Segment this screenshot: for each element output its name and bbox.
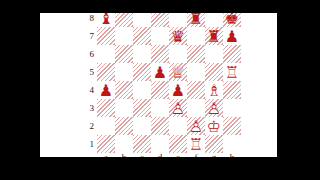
square-h3 xyxy=(223,99,241,117)
piece-black-rook: ♜ xyxy=(205,27,223,45)
rank-label-2: 2 xyxy=(84,117,97,135)
square-g6 xyxy=(205,45,223,63)
rank-label-7: 7 xyxy=(84,27,97,45)
square-e5: ♛♕ xyxy=(169,63,187,81)
square-f5 xyxy=(187,63,205,81)
square-f8: ♜ xyxy=(187,13,205,27)
square-d2 xyxy=(151,117,169,135)
square-h1 xyxy=(223,135,241,153)
square-g7: ♜ xyxy=(205,27,223,45)
square-e8 xyxy=(169,13,187,27)
video-frame: 87654321 ♝♜♚♛♜♟♟♛♕♜♖♟♟♝♗♟♙♟♙♟♙♚♔♜♖ abcde… xyxy=(0,0,320,180)
square-a6 xyxy=(97,45,115,63)
square-h6 xyxy=(223,45,241,63)
file-label-f: f xyxy=(187,153,205,157)
square-d8 xyxy=(151,13,169,27)
rank-label-5: 5 xyxy=(84,63,97,81)
square-e2 xyxy=(169,117,187,135)
square-d7 xyxy=(151,27,169,45)
piece-black-pawn: ♟ xyxy=(169,81,187,99)
rank-label-4: 4 xyxy=(84,81,97,99)
square-e7: ♛ xyxy=(169,27,187,45)
square-h7: ♟ xyxy=(223,27,241,45)
square-e6 xyxy=(169,45,187,63)
square-a8: ♝ xyxy=(97,13,115,27)
square-a1 xyxy=(97,135,115,153)
piece-white-pawn: ♟♙ xyxy=(169,99,187,117)
file-label-g: g xyxy=(205,153,223,157)
square-f6 xyxy=(187,45,205,63)
file-label-e: e xyxy=(169,153,187,157)
square-g5 xyxy=(205,63,223,81)
square-b1 xyxy=(115,135,133,153)
square-d6 xyxy=(151,45,169,63)
square-h4 xyxy=(223,81,241,99)
piece-black-pawn: ♟ xyxy=(151,63,169,81)
file-label-d: d xyxy=(151,153,169,157)
square-b5 xyxy=(115,63,133,81)
piece-white-pawn: ♟♙ xyxy=(187,117,205,135)
square-a4: ♟ xyxy=(97,81,115,99)
square-e1 xyxy=(169,135,187,153)
square-e4: ♟ xyxy=(169,81,187,99)
square-b4 xyxy=(115,81,133,99)
rank-label-8: 8 xyxy=(84,13,97,27)
square-c6 xyxy=(133,45,151,63)
square-g4: ♝♗ xyxy=(205,81,223,99)
piece-black-queen: ♛ xyxy=(169,27,187,45)
square-f4 xyxy=(187,81,205,99)
piece-black-pawn: ♟ xyxy=(223,27,241,45)
square-h8: ♚ xyxy=(223,13,241,27)
piece-white-pawn: ♟♙ xyxy=(205,99,223,117)
square-c3 xyxy=(133,99,151,117)
rank-label-1: 1 xyxy=(84,135,97,153)
piece-white-rook: ♜♖ xyxy=(187,135,205,153)
rank-label-6: 6 xyxy=(84,45,97,63)
square-g3: ♟♙ xyxy=(205,99,223,117)
piece-white-bishop: ♝♗ xyxy=(205,81,223,99)
piece-white-king: ♚♔ xyxy=(205,117,223,135)
square-d4 xyxy=(151,81,169,99)
file-labels: abcdefgh xyxy=(97,153,241,157)
square-c7 xyxy=(133,27,151,45)
square-b2 xyxy=(115,117,133,135)
square-a2 xyxy=(97,117,115,135)
square-c5 xyxy=(133,63,151,81)
square-c8 xyxy=(133,13,151,27)
square-a3 xyxy=(97,99,115,117)
square-d3 xyxy=(151,99,169,117)
square-g2: ♚♔ xyxy=(205,117,223,135)
square-f3 xyxy=(187,99,205,117)
rank-label-3: 3 xyxy=(84,99,97,117)
square-c1 xyxy=(133,135,151,153)
file-label-a: a xyxy=(97,153,115,157)
piece-white-queen: ♛♕ xyxy=(169,63,187,81)
square-d5: ♟ xyxy=(151,63,169,81)
square-f7 xyxy=(187,27,205,45)
square-e3: ♟♙ xyxy=(169,99,187,117)
square-f1: ♜♖ xyxy=(187,135,205,153)
square-b7 xyxy=(115,27,133,45)
square-f2: ♟♙ xyxy=(187,117,205,135)
piece-black-rook: ♜ xyxy=(187,13,205,27)
piece-black-pawn: ♟ xyxy=(97,81,115,99)
file-label-c: c xyxy=(133,153,151,157)
square-g8 xyxy=(205,13,223,27)
square-b8 xyxy=(115,13,133,27)
square-a5 xyxy=(97,63,115,81)
rank-labels: 87654321 xyxy=(84,13,97,153)
board-wrap: 87654321 ♝♜♚♛♜♟♟♛♕♜♖♟♟♝♗♟♙♟♙♟♙♚♔♜♖ abcde… xyxy=(84,13,254,157)
square-d1 xyxy=(151,135,169,153)
square-h2 xyxy=(223,117,241,135)
square-a7 xyxy=(97,27,115,45)
file-label-h: h xyxy=(223,153,241,157)
square-b6 xyxy=(115,45,133,63)
square-c2 xyxy=(133,117,151,135)
square-c4 xyxy=(133,81,151,99)
piece-black-bishop: ♝ xyxy=(97,13,115,27)
chess-board: ♝♜♚♛♜♟♟♛♕♜♖♟♟♝♗♟♙♟♙♟♙♚♔♜♖ xyxy=(97,13,241,153)
square-h5: ♜♖ xyxy=(223,63,241,81)
file-label-b: b xyxy=(115,153,133,157)
piece-white-rook: ♜♖ xyxy=(223,63,241,81)
square-b3 xyxy=(115,99,133,117)
piece-black-king: ♚ xyxy=(223,13,241,27)
chess-diagram-panel: 87654321 ♝♜♚♛♜♟♟♛♕♜♖♟♟♝♗♟♙♟♙♟♙♚♔♜♖ abcde… xyxy=(40,13,277,157)
square-g1 xyxy=(205,135,223,153)
